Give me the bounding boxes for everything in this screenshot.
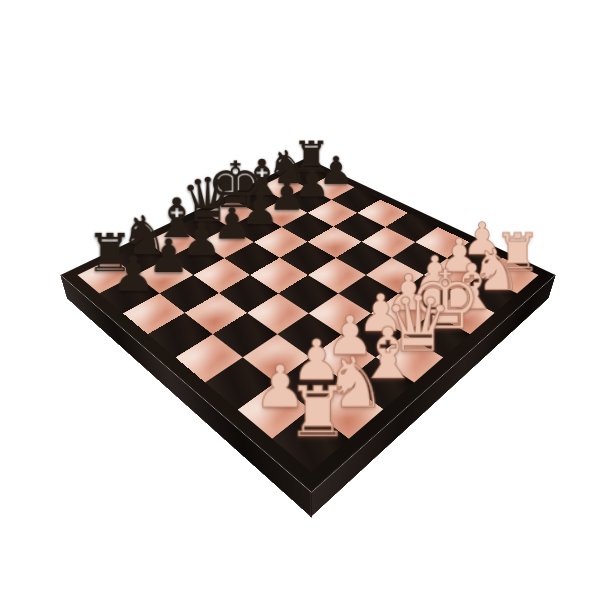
board-frame: ♜♞♝♛♚♝♞♜♟♟♟♟♟♟♟♟♟♟♟♟♟♟♟♟♜♞♝♛♚♝♞♜ xyxy=(61,158,556,492)
chess-set-photo: ♜♞♝♛♚♝♞♜♟♟♟♟♟♟♟♟♟♟♟♟♟♟♟♟♜♞♝♛♚♝♞♜ xyxy=(0,0,600,600)
chess-board: ♜♞♝♛♚♝♞♜♟♟♟♟♟♟♟♟♟♟♟♟♟♟♟♟♜♞♝♛♚♝♞♜ xyxy=(61,158,556,492)
board-grid: ♜♞♝♛♚♝♞♜♟♟♟♟♟♟♟♟♟♟♟♟♟♟♟♟♜♞♝♛♚♝♞♜ xyxy=(77,164,538,471)
black-pawn-a7[interactable]: ♟ xyxy=(71,252,197,298)
white-rook-a1[interactable]: ♜ xyxy=(238,380,399,446)
square-a1[interactable]: ♜ xyxy=(272,409,348,471)
